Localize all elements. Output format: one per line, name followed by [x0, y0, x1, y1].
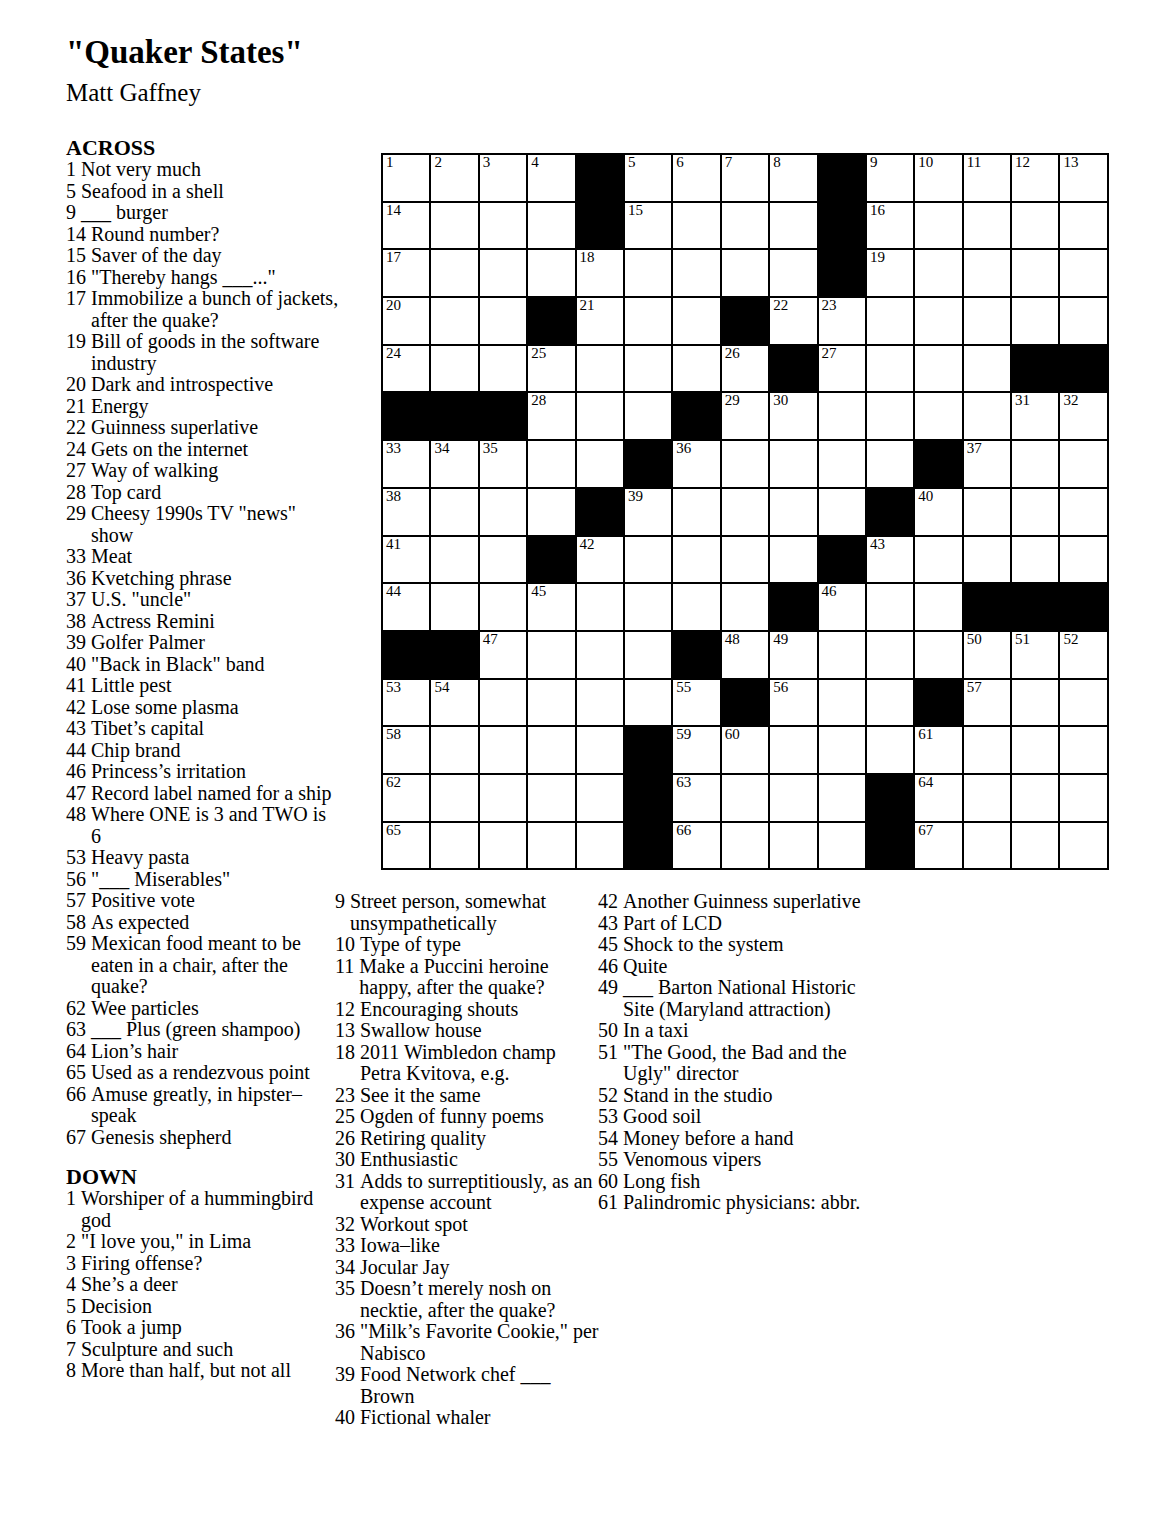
grid-cell[interactable]: 12 — [1012, 155, 1058, 201]
grid-cell[interactable] — [867, 584, 913, 630]
grid-cell[interactable] — [915, 250, 961, 296]
grid-cell[interactable]: 46 — [819, 584, 865, 630]
clue-across-33: 33Meat — [66, 546, 340, 568]
grid-cell[interactable]: 42 — [577, 537, 623, 583]
grid-cell[interactable] — [819, 680, 865, 726]
grid-cell[interactable] — [819, 441, 865, 487]
grid-cell[interactable]: 28 — [528, 393, 574, 439]
grid-cell[interactable] — [770, 537, 816, 583]
grid-cell[interactable]: 5 — [625, 155, 671, 201]
black-square — [770, 346, 816, 392]
grid-cell[interactable] — [867, 393, 913, 439]
grid-cell[interactable] — [1060, 441, 1106, 487]
grid-cell[interactable] — [431, 298, 477, 344]
grid-cell[interactable]: 43 — [867, 537, 913, 583]
grid-cell[interactable]: 38 — [383, 489, 429, 535]
grid-cell[interactable] — [1060, 537, 1106, 583]
clue-text: Saver of the day — [91, 245, 340, 267]
grid-cell[interactable]: 17 — [383, 250, 429, 296]
grid-cell[interactable]: 45 — [528, 584, 574, 630]
grid-cell[interactable] — [625, 584, 671, 630]
grid-cell[interactable] — [625, 298, 671, 344]
grid-cell[interactable]: 53 — [383, 680, 429, 726]
grid-cell[interactable]: 20 — [383, 298, 429, 344]
grid-cell[interactable]: 40 — [915, 489, 961, 535]
grid-cell[interactable] — [867, 727, 913, 773]
grid-cell[interactable]: 57 — [964, 680, 1010, 726]
cell-number: 63 — [676, 774, 691, 791]
clue-text: As expected — [91, 912, 340, 934]
grid-cell[interactable] — [1012, 823, 1058, 869]
grid-cell[interactable] — [1060, 489, 1106, 535]
clue-number: 46 — [598, 956, 618, 978]
clue-text: U.S. "uncle" — [91, 589, 340, 611]
clue-number: 9 — [66, 202, 76, 224]
grid-cell[interactable] — [1012, 250, 1058, 296]
clue-down-6: 6Took a jump — [66, 1317, 340, 1339]
grid-cell[interactable] — [577, 346, 623, 392]
grid-cell[interactable]: 50 — [964, 632, 1010, 678]
clue-text: Long fish — [623, 1171, 870, 1193]
cell-number: 19 — [870, 249, 885, 266]
grid-cell[interactable] — [770, 203, 816, 249]
grid-cell[interactable] — [722, 250, 768, 296]
clue-text: Meat — [91, 546, 340, 568]
grid-cell[interactable] — [625, 250, 671, 296]
grid-cell[interactable] — [625, 346, 671, 392]
grid-cell[interactable] — [480, 489, 526, 535]
grid-cell[interactable] — [722, 537, 768, 583]
clue-text: Record label named for a ship — [91, 783, 340, 805]
cell-number: 37 — [967, 440, 982, 457]
clue-text: Quite — [623, 956, 870, 978]
grid-cell[interactable]: 47 — [480, 632, 526, 678]
black-square — [1012, 584, 1058, 630]
clue-down-49: 49___ Barton National Historic Site (Mar… — [598, 977, 870, 1020]
cell-number: 64 — [918, 774, 933, 791]
grid-cell[interactable] — [528, 489, 574, 535]
grid-cell[interactable] — [867, 632, 913, 678]
cell-number: 45 — [531, 583, 546, 600]
grid-cell[interactable] — [1012, 727, 1058, 773]
grid-cell[interactable]: 6 — [673, 155, 719, 201]
grid-cell[interactable] — [431, 537, 477, 583]
clue-number: 36 — [66, 568, 86, 590]
grid-cell[interactable]: 35 — [480, 441, 526, 487]
grid-cell[interactable] — [1012, 680, 1058, 726]
grid-cell[interactable] — [770, 441, 816, 487]
grid-cell[interactable] — [673, 584, 719, 630]
clue-number: 25 — [335, 1106, 355, 1128]
clue-column-left: ACROSS 1Not very much5Seafood in a shell… — [66, 137, 340, 1382]
grid-cell[interactable]: 7 — [722, 155, 768, 201]
clue-number: 31 — [335, 1171, 355, 1214]
grid-cell[interactable] — [577, 393, 623, 439]
clue-number: 59 — [66, 933, 86, 998]
clue-down-55: 55Venomous vipers — [598, 1149, 870, 1171]
grid-cell[interactable]: 64 — [915, 775, 961, 821]
grid-cell[interactable] — [625, 393, 671, 439]
clue-across-20: 20Dark and introspective — [66, 374, 340, 396]
grid-cell[interactable] — [964, 537, 1010, 583]
cell-number: 1 — [386, 154, 394, 171]
grid-cell[interactable] — [867, 441, 913, 487]
grid-cell[interactable] — [722, 441, 768, 487]
grid-cell[interactable] — [577, 632, 623, 678]
grid-cell[interactable] — [964, 823, 1010, 869]
grid-cell[interactable]: 29 — [722, 393, 768, 439]
grid-cell[interactable] — [770, 489, 816, 535]
clue-across-41: 41Little pest — [66, 675, 340, 697]
grid-cell[interactable]: 37 — [964, 441, 1010, 487]
grid-cell[interactable] — [673, 298, 719, 344]
grid-cell[interactable] — [431, 250, 477, 296]
grid-cell[interactable] — [431, 823, 477, 869]
grid-cell[interactable] — [528, 823, 574, 869]
grid-cell[interactable] — [577, 823, 623, 869]
grid-cell[interactable] — [964, 727, 1010, 773]
grid-cell[interactable] — [819, 393, 865, 439]
clue-text: Used as a rendezvous point — [91, 1062, 340, 1084]
grid-cell[interactable] — [1012, 489, 1058, 535]
grid-cell[interactable]: 25 — [528, 346, 574, 392]
grid-cell[interactable] — [1012, 203, 1058, 249]
grid-cell[interactable] — [480, 346, 526, 392]
clue-down-52: 52Stand in the studio — [598, 1085, 870, 1107]
clue-number: 6 — [66, 1317, 76, 1339]
black-square — [431, 393, 477, 439]
grid-cell[interactable] — [480, 250, 526, 296]
clue-number: 5 — [66, 1296, 76, 1318]
grid-cell[interactable]: 33 — [383, 441, 429, 487]
grid-cell[interactable]: 48 — [722, 632, 768, 678]
grid-cell[interactable] — [528, 250, 574, 296]
grid-cell[interactable]: 16 — [867, 203, 913, 249]
grid-cell[interactable] — [915, 298, 961, 344]
black-square — [1060, 584, 1106, 630]
clue-number: 33 — [66, 546, 86, 568]
clue-across-44: 44Chip brand — [66, 740, 340, 762]
grid-cell[interactable]: 67 — [915, 823, 961, 869]
clue-text: Decision — [81, 1296, 340, 1318]
clue-down-33: 33Iowa–like — [335, 1235, 599, 1257]
clue-number: 42 — [66, 697, 86, 719]
black-square — [867, 775, 913, 821]
grid-cell[interactable] — [528, 632, 574, 678]
clue-across-21: 21Energy — [66, 396, 340, 418]
grid-cell[interactable]: 49 — [770, 632, 816, 678]
grid-cell[interactable]: 66 — [673, 823, 719, 869]
clue-number: 10 — [335, 934, 355, 956]
grid-cell[interactable] — [915, 584, 961, 630]
grid-cell[interactable] — [480, 537, 526, 583]
grid-cell[interactable] — [528, 203, 574, 249]
grid-cell[interactable]: 36 — [673, 441, 719, 487]
grid-cell[interactable]: 63 — [673, 775, 719, 821]
puzzle-title: "Quaker States" — [66, 34, 303, 71]
grid-cell[interactable] — [770, 727, 816, 773]
clue-number: 9 — [335, 891, 345, 934]
clue-number: 11 — [335, 956, 354, 999]
grid-cell[interactable] — [867, 346, 913, 392]
grid-cell[interactable] — [431, 584, 477, 630]
grid-cell[interactable]: 30 — [770, 393, 816, 439]
grid-cell[interactable] — [577, 584, 623, 630]
grid-cell[interactable] — [528, 775, 574, 821]
grid-cell[interactable]: 31 — [1012, 393, 1058, 439]
grid-cell[interactable]: 32 — [1060, 393, 1106, 439]
grid-cell[interactable]: 52 — [1060, 632, 1106, 678]
grid-cell[interactable]: 58 — [383, 727, 429, 773]
grid-cell[interactable] — [673, 203, 719, 249]
cell-number: 58 — [386, 726, 401, 743]
grid-cell[interactable] — [1012, 537, 1058, 583]
grid-cell[interactable] — [915, 203, 961, 249]
grid-cell[interactable] — [722, 489, 768, 535]
grid-cell[interactable] — [722, 584, 768, 630]
grid-cell[interactable]: 51 — [1012, 632, 1058, 678]
cell-number: 23 — [822, 297, 837, 314]
grid-cell[interactable] — [1012, 298, 1058, 344]
clue-number: 52 — [598, 1085, 618, 1107]
clue-text: Wee particles — [91, 998, 340, 1020]
grid-cell[interactable]: 56 — [770, 680, 816, 726]
grid-cell[interactable]: 18 — [577, 250, 623, 296]
grid-cell[interactable]: 60 — [722, 727, 768, 773]
grid-cell[interactable]: 27 — [819, 346, 865, 392]
grid-cell[interactable] — [915, 346, 961, 392]
grid-cell[interactable] — [577, 727, 623, 773]
clue-text: Way of walking — [91, 460, 340, 482]
grid-cell[interactable]: 21 — [577, 298, 623, 344]
clue-text: In a taxi — [623, 1020, 870, 1042]
cell-number: 61 — [918, 726, 933, 743]
cell-number: 52 — [1063, 631, 1078, 648]
cell-number: 24 — [386, 345, 401, 362]
grid-cell[interactable] — [964, 489, 1010, 535]
grid-cell[interactable]: 62 — [383, 775, 429, 821]
grid-cell[interactable] — [722, 823, 768, 869]
grid-cell[interactable] — [1060, 775, 1106, 821]
clue-text: Mexican food meant to be eaten in a chai… — [91, 933, 340, 998]
grid-cell[interactable] — [431, 489, 477, 535]
grid-cell[interactable] — [964, 250, 1010, 296]
grid-cell[interactable]: 22 — [770, 298, 816, 344]
clue-text: Food Network chef ___ Brown — [360, 1364, 599, 1407]
grid-cell[interactable]: 44 — [383, 584, 429, 630]
grid-cell[interactable] — [480, 680, 526, 726]
cell-number: 53 — [386, 679, 401, 696]
grid-cell[interactable] — [528, 441, 574, 487]
clue-number: 49 — [598, 977, 618, 1020]
cell-number: 31 — [1015, 392, 1030, 409]
grid-cell[interactable] — [431, 775, 477, 821]
clue-number: 3 — [66, 1253, 76, 1275]
grid-cell[interactable]: 41 — [383, 537, 429, 583]
grid-cell[interactable]: 23 — [819, 298, 865, 344]
black-square — [819, 537, 865, 583]
grid-cell[interactable]: 55 — [673, 680, 719, 726]
cell-number: 10 — [918, 154, 933, 171]
clue-across-5: 5Seafood in a shell — [66, 181, 340, 203]
grid-cell[interactable] — [577, 441, 623, 487]
cell-number: 17 — [386, 249, 401, 266]
grid-cell[interactable] — [431, 203, 477, 249]
grid-cell[interactable]: 54 — [431, 680, 477, 726]
cell-number: 46 — [822, 583, 837, 600]
grid-cell[interactable] — [673, 489, 719, 535]
clue-across-67: 67Genesis shepherd — [66, 1127, 340, 1149]
grid-cell[interactable] — [673, 346, 719, 392]
clue-text: Where ONE is 3 and TWO is 6 — [91, 804, 340, 847]
grid-cell[interactable] — [867, 680, 913, 726]
grid-cell[interactable] — [625, 680, 671, 726]
grid-cell[interactable] — [819, 823, 865, 869]
grid-cell[interactable] — [964, 393, 1010, 439]
grid-cell[interactable]: 19 — [867, 250, 913, 296]
grid-cell[interactable] — [722, 203, 768, 249]
grid-cell[interactable] — [867, 298, 913, 344]
grid-cell[interactable] — [819, 775, 865, 821]
grid-cell[interactable]: 15 — [625, 203, 671, 249]
clue-text: Little pest — [91, 675, 340, 697]
grid-cell[interactable]: 24 — [383, 346, 429, 392]
clue-text: Bill of goods in the software industry — [91, 331, 340, 374]
grid-cell[interactable] — [1060, 250, 1106, 296]
grid-cell[interactable] — [770, 250, 816, 296]
black-square — [964, 584, 1010, 630]
grid-cell[interactable]: 26 — [722, 346, 768, 392]
grid-cell[interactable] — [819, 632, 865, 678]
clue-text: Princess’s irritation — [91, 761, 340, 783]
cell-number: 15 — [628, 202, 643, 219]
clue-number: 53 — [598, 1106, 618, 1128]
grid-cell[interactable] — [431, 346, 477, 392]
grid-cell[interactable] — [915, 537, 961, 583]
grid-cell[interactable] — [528, 680, 574, 726]
cell-number: 26 — [725, 345, 740, 362]
black-square — [383, 393, 429, 439]
clue-across-66: 66Amuse greatly, in hipster–speak — [66, 1084, 340, 1127]
grid-cell[interactable] — [577, 775, 623, 821]
grid-cell[interactable] — [1060, 203, 1106, 249]
grid-cell[interactable] — [1060, 680, 1106, 726]
grid-cell[interactable]: 8 — [770, 155, 816, 201]
cell-number: 32 — [1063, 392, 1078, 409]
grid-cell[interactable] — [964, 203, 1010, 249]
cell-number: 57 — [967, 679, 982, 696]
grid-cell[interactable]: 39 — [625, 489, 671, 535]
clue-text: "The Good, the Bad and the Ugly" directo… — [623, 1042, 870, 1085]
black-square — [673, 393, 719, 439]
black-square — [577, 489, 623, 535]
cell-number: 3 — [483, 154, 491, 171]
grid-cell[interactable] — [964, 346, 1010, 392]
black-square — [431, 632, 477, 678]
down-clue-list-part1: 1Worshiper of a hummingbird god2"I love … — [66, 1188, 340, 1382]
grid-cell[interactable]: 9 — [867, 155, 913, 201]
grid-cell[interactable] — [964, 775, 1010, 821]
grid-cell[interactable] — [722, 775, 768, 821]
grid-cell[interactable] — [673, 537, 719, 583]
grid-cell[interactable]: 61 — [915, 727, 961, 773]
clue-across-37: 37U.S. "uncle" — [66, 589, 340, 611]
grid-cell[interactable]: 2 — [431, 155, 477, 201]
grid-cell[interactable] — [1012, 441, 1058, 487]
grid-cell[interactable] — [625, 632, 671, 678]
grid-cell[interactable] — [770, 775, 816, 821]
grid-cell[interactable]: 11 — [964, 155, 1010, 201]
cell-number: 38 — [386, 488, 401, 505]
clue-text: More than half, but not all — [81, 1360, 340, 1382]
cell-number: 13 — [1063, 154, 1078, 171]
grid-cell[interactable] — [528, 727, 574, 773]
black-square — [1060, 346, 1106, 392]
grid-cell[interactable] — [480, 823, 526, 869]
grid-cell[interactable] — [915, 393, 961, 439]
clue-down-25: 25Ogden of funny poems — [335, 1106, 599, 1128]
grid-cell[interactable]: 1 — [383, 155, 429, 201]
grid-cell[interactable] — [915, 632, 961, 678]
grid-cell[interactable] — [480, 203, 526, 249]
grid-cell[interactable] — [431, 727, 477, 773]
grid-cell[interactable] — [1060, 727, 1106, 773]
down-heading: DOWN — [66, 1166, 340, 1188]
black-square — [625, 441, 671, 487]
clue-across-46: 46Princess’s irritation — [66, 761, 340, 783]
clue-number: 46 — [66, 761, 86, 783]
grid-cell[interactable]: 59 — [673, 727, 719, 773]
clue-down-13: 13Swallow house — [335, 1020, 599, 1042]
clue-down-35: 35Doesn’t merely nosh on necktie, after … — [335, 1278, 599, 1321]
grid-cell[interactable] — [480, 727, 526, 773]
grid-cell[interactable] — [819, 489, 865, 535]
grid-cell[interactable]: 34 — [431, 441, 477, 487]
clue-text: Lion’s hair — [91, 1041, 340, 1063]
clue-down-60: 60Long fish — [598, 1171, 870, 1193]
black-square — [915, 441, 961, 487]
clue-number: 35 — [335, 1278, 355, 1321]
cell-number: 47 — [483, 631, 498, 648]
grid-cell[interactable] — [770, 823, 816, 869]
clue-number: 44 — [66, 740, 86, 762]
grid-cell[interactable] — [1012, 775, 1058, 821]
grid-cell[interactable] — [1060, 823, 1106, 869]
clue-down-43: 43Part of LCD — [598, 913, 870, 935]
grid-cell[interactable]: 13 — [1060, 155, 1106, 201]
grid-cell[interactable] — [673, 250, 719, 296]
grid-cell[interactable]: 65 — [383, 823, 429, 869]
grid-cell[interactable]: 3 — [480, 155, 526, 201]
grid-cell[interactable] — [480, 584, 526, 630]
grid-cell[interactable] — [819, 727, 865, 773]
clue-number: 5 — [66, 181, 76, 203]
grid-cell[interactable] — [577, 680, 623, 726]
grid-cell[interactable] — [480, 775, 526, 821]
grid-cell[interactable] — [625, 537, 671, 583]
grid-cell[interactable]: 4 — [528, 155, 574, 201]
grid-cell[interactable]: 14 — [383, 203, 429, 249]
clue-text: Kvetching phrase — [91, 568, 340, 590]
down-clue-list-part2: 9Street person, somewhat unsympathetical… — [335, 891, 599, 1429]
grid-cell[interactable]: 10 — [915, 155, 961, 201]
cell-number: 43 — [870, 536, 885, 553]
clue-across-42: 42Lose some plasma — [66, 697, 340, 719]
grid-cell[interactable] — [964, 298, 1010, 344]
clue-number: 41 — [66, 675, 86, 697]
grid-cell[interactable] — [480, 298, 526, 344]
grid-cell[interactable] — [1060, 298, 1106, 344]
